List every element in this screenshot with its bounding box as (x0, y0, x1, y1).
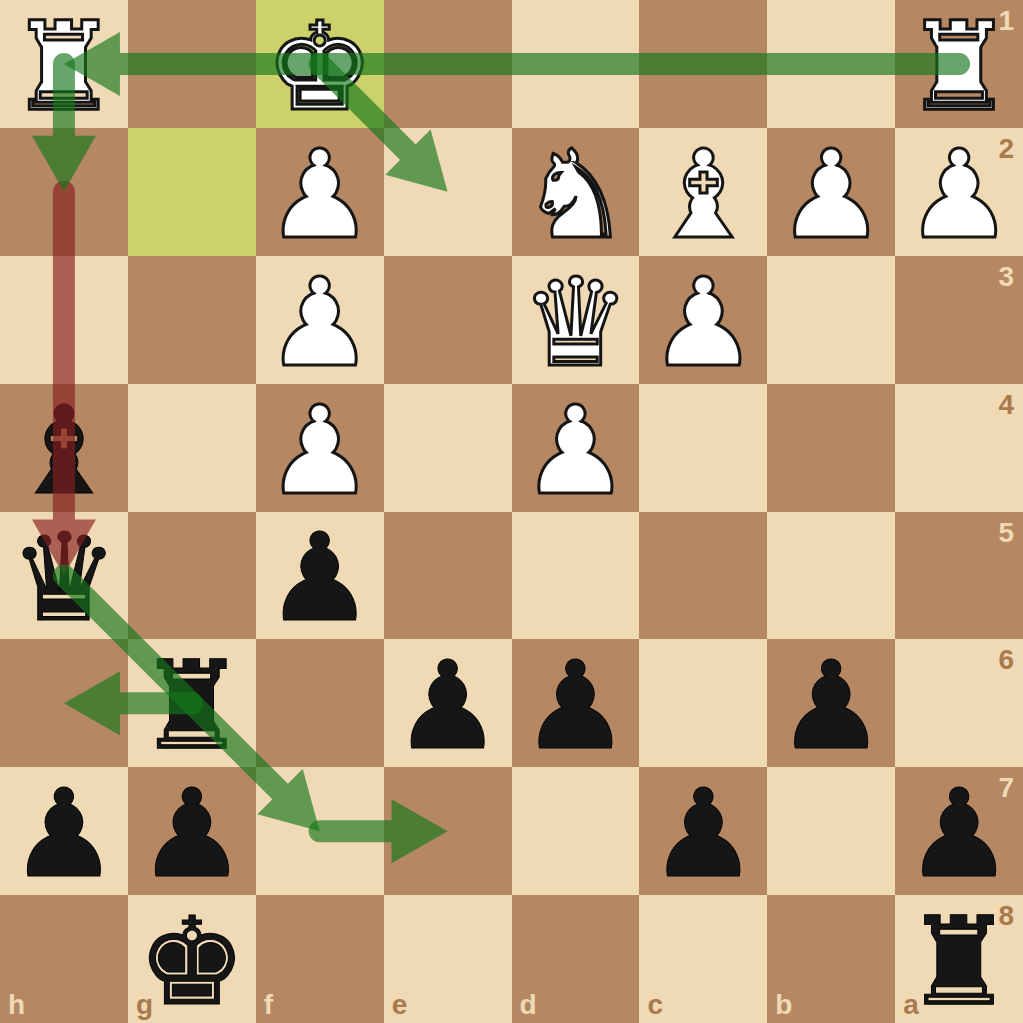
square-f2[interactable]: ♟ (256, 128, 384, 256)
square-e5[interactable] (384, 512, 512, 640)
black-pawn[interactable]: ♟ (256, 515, 384, 643)
square-d5[interactable] (512, 512, 640, 640)
file-label-e: e (392, 991, 408, 1019)
white-bishop[interactable]: ♝ (639, 131, 767, 259)
chess-board: ♜♚♜1♟♞♝♟♟2♟♛♟3♝♟♟4♛♟5♜♟♟♟6♟♟♟♟7h♚gfedcb♜… (0, 0, 1023, 1023)
square-e1[interactable] (384, 0, 512, 128)
square-c6[interactable] (639, 639, 767, 767)
square-b7[interactable] (767, 767, 895, 895)
file-label-c: c (647, 991, 663, 1019)
square-b4[interactable] (767, 384, 895, 512)
white-pawn[interactable]: ♟ (256, 259, 384, 387)
square-f4[interactable]: ♟ (256, 384, 384, 512)
square-c3[interactable]: ♟ (639, 256, 767, 384)
black-king[interactable]: ♚ (128, 898, 256, 1023)
square-f7[interactable] (256, 767, 384, 895)
square-e6[interactable]: ♟ (384, 639, 512, 767)
square-a6[interactable]: 6 (895, 639, 1023, 767)
file-label-f: f (264, 991, 273, 1019)
square-d1[interactable] (512, 0, 640, 128)
white-rook[interactable]: ♜ (0, 3, 128, 131)
square-a4[interactable]: 4 (895, 384, 1023, 512)
rank-label-5: 5 (998, 519, 1014, 547)
square-b6[interactable]: ♟ (767, 639, 895, 767)
square-e3[interactable] (384, 256, 512, 384)
square-d2[interactable]: ♞ (512, 128, 640, 256)
white-pawn[interactable]: ♟ (256, 131, 384, 259)
square-a5[interactable]: 5 (895, 512, 1023, 640)
square-g5[interactable] (128, 512, 256, 640)
black-pawn[interactable]: ♟ (128, 770, 256, 898)
rank-label-4: 4 (998, 391, 1014, 419)
black-pawn[interactable]: ♟ (639, 770, 767, 898)
square-a8[interactable]: ♜8a (895, 895, 1023, 1023)
square-e7[interactable] (384, 767, 512, 895)
white-pawn[interactable]: ♟ (767, 131, 895, 259)
square-b3[interactable] (767, 256, 895, 384)
square-a3[interactable]: 3 (895, 256, 1023, 384)
square-b8[interactable]: b (767, 895, 895, 1023)
file-label-b: b (775, 991, 792, 1019)
square-h4[interactable]: ♝ (0, 384, 128, 512)
white-pawn[interactable]: ♟ (512, 387, 640, 515)
square-h8[interactable]: h (0, 895, 128, 1023)
square-g8[interactable]: ♚g (128, 895, 256, 1023)
rank-label-6: 6 (998, 646, 1014, 674)
square-e2[interactable] (384, 128, 512, 256)
square-f1[interactable]: ♚ (256, 0, 384, 128)
square-f5[interactable]: ♟ (256, 512, 384, 640)
last-move-highlight (128, 128, 256, 256)
file-label-h: h (8, 991, 25, 1019)
square-h3[interactable] (0, 256, 128, 384)
square-b2[interactable]: ♟ (767, 128, 895, 256)
black-queen[interactable]: ♛ (0, 515, 128, 643)
square-h2[interactable] (0, 128, 128, 256)
black-pawn[interactable]: ♟ (895, 770, 1023, 898)
square-d6[interactable]: ♟ (512, 639, 640, 767)
white-king[interactable]: ♚ (256, 3, 384, 131)
square-g1[interactable] (128, 0, 256, 128)
square-g3[interactable] (128, 256, 256, 384)
square-b1[interactable] (767, 0, 895, 128)
square-g7[interactable]: ♟ (128, 767, 256, 895)
square-d3[interactable]: ♛ (512, 256, 640, 384)
black-pawn[interactable]: ♟ (512, 642, 640, 770)
black-rook[interactable]: ♜ (895, 898, 1023, 1023)
square-c7[interactable]: ♟ (639, 767, 767, 895)
white-pawn[interactable]: ♟ (256, 387, 384, 515)
square-c2[interactable]: ♝ (639, 128, 767, 256)
white-queen[interactable]: ♛ (512, 259, 640, 387)
chess-analysis-view: ♜♚♜1♟♞♝♟♟2♟♛♟3♝♟♟4♛♟5♜♟♟♟6♟♟♟♟7h♚gfedcb♜… (0, 0, 1023, 1023)
file-label-d: d (520, 991, 537, 1019)
black-pawn[interactable]: ♟ (0, 770, 128, 898)
black-rook[interactable]: ♜ (128, 642, 256, 770)
square-e4[interactable] (384, 384, 512, 512)
square-h1[interactable]: ♜ (0, 0, 128, 128)
black-pawn[interactable]: ♟ (384, 642, 512, 770)
square-g4[interactable] (128, 384, 256, 512)
square-f8[interactable]: f (256, 895, 384, 1023)
square-a1[interactable]: ♜1 (895, 0, 1023, 128)
square-a2[interactable]: ♟2 (895, 128, 1023, 256)
square-d7[interactable] (512, 767, 640, 895)
black-pawn[interactable]: ♟ (767, 642, 895, 770)
square-c5[interactable] (639, 512, 767, 640)
rank-label-3: 3 (998, 263, 1014, 291)
square-d4[interactable]: ♟ (512, 384, 640, 512)
white-pawn[interactable]: ♟ (895, 131, 1023, 259)
square-h6[interactable] (0, 639, 128, 767)
square-h7[interactable]: ♟ (0, 767, 128, 895)
square-g6[interactable]: ♜ (128, 639, 256, 767)
square-c4[interactable] (639, 384, 767, 512)
square-f3[interactable]: ♟ (256, 256, 384, 384)
white-knight[interactable]: ♞ (512, 131, 640, 259)
square-h5[interactable]: ♛ (0, 512, 128, 640)
white-rook[interactable]: ♜ (895, 3, 1023, 131)
square-c8[interactable]: c (639, 895, 767, 1023)
white-pawn[interactable]: ♟ (639, 259, 767, 387)
square-a7[interactable]: ♟7 (895, 767, 1023, 895)
square-d8[interactable]: d (512, 895, 640, 1023)
square-c1[interactable] (639, 0, 767, 128)
square-b5[interactable] (767, 512, 895, 640)
square-g2[interactable] (128, 128, 256, 256)
square-e8[interactable]: e (384, 895, 512, 1023)
square-f6[interactable] (256, 639, 384, 767)
black-bishop[interactable]: ♝ (0, 387, 128, 515)
